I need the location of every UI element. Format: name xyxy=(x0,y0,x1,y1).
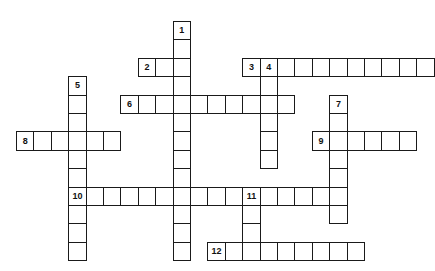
grid-cell[interactable] xyxy=(173,168,191,187)
grid-cell[interactable] xyxy=(225,187,243,206)
grid-cell[interactable]: 3 xyxy=(242,58,260,77)
grid-cell[interactable] xyxy=(103,187,121,206)
grid-cell[interactable]: 9 xyxy=(312,131,330,150)
grid-cell[interactable] xyxy=(329,150,347,169)
grid-cell[interactable] xyxy=(329,205,347,224)
grid-cell[interactable] xyxy=(68,131,86,150)
grid-cell[interactable] xyxy=(138,187,156,206)
crossword-page: 123456789101112 xyxy=(0,0,435,271)
grid-cell[interactable] xyxy=(51,131,69,150)
grid-cell[interactable] xyxy=(86,187,104,206)
cell-number: 1 xyxy=(174,22,190,39)
grid-cell[interactable] xyxy=(294,187,312,206)
grid-cell[interactable] xyxy=(329,131,347,150)
grid-cell[interactable] xyxy=(103,131,121,150)
grid-cell[interactable] xyxy=(329,187,347,206)
grid-cell[interactable] xyxy=(329,168,347,187)
cell-number: 10 xyxy=(69,188,85,205)
cell-number: 12 xyxy=(208,243,224,260)
grid-cell[interactable] xyxy=(329,242,347,261)
grid-cell[interactable] xyxy=(242,205,260,224)
grid-cell[interactable]: 10 xyxy=(68,187,86,206)
grid-cell[interactable] xyxy=(242,223,260,242)
grid-cell[interactable] xyxy=(68,242,86,261)
grid-cell[interactable] xyxy=(329,113,347,132)
grid-cell[interactable] xyxy=(138,95,156,114)
grid-cell[interactable] xyxy=(277,95,295,114)
grid-cell[interactable] xyxy=(260,150,278,169)
grid-cell[interactable] xyxy=(329,58,347,77)
grid-cell[interactable] xyxy=(312,187,330,206)
grid-cell[interactable] xyxy=(364,131,382,150)
grid-cell[interactable] xyxy=(68,223,86,242)
cell-number: 2 xyxy=(139,59,155,76)
grid-cell[interactable] xyxy=(173,58,191,77)
grid-cell[interactable] xyxy=(381,131,399,150)
grid-cell[interactable] xyxy=(294,242,312,261)
grid-cell[interactable] xyxy=(68,113,86,132)
crossword-board: 123456789101112 xyxy=(0,0,435,271)
grid-cell[interactable] xyxy=(364,58,382,77)
grid-cell[interactable] xyxy=(242,242,260,261)
grid-cell[interactable] xyxy=(173,95,191,114)
grid-cell[interactable] xyxy=(155,95,173,114)
grid-cell[interactable] xyxy=(347,58,365,77)
grid-cell[interactable] xyxy=(260,113,278,132)
grid-cell[interactable] xyxy=(68,95,86,114)
grid-cell[interactable] xyxy=(399,131,417,150)
grid-cell[interactable] xyxy=(260,131,278,150)
grid-cell[interactable] xyxy=(294,58,312,77)
grid-cell[interactable]: 8 xyxy=(16,131,34,150)
cell-number: 4 xyxy=(261,59,277,76)
grid-cell[interactable] xyxy=(312,58,330,77)
cell-number: 7 xyxy=(330,96,346,113)
grid-cell[interactable] xyxy=(242,95,260,114)
grid-cell[interactable] xyxy=(173,242,191,261)
grid-cell[interactable] xyxy=(68,150,86,169)
grid-cell[interactable] xyxy=(155,187,173,206)
grid-cell[interactable] xyxy=(347,242,365,261)
grid-cell[interactable] xyxy=(173,150,191,169)
cell-number: 11 xyxy=(243,188,259,205)
grid-cell[interactable]: 4 xyxy=(260,58,278,77)
grid-cell[interactable] xyxy=(312,242,330,261)
grid-cell[interactable] xyxy=(173,113,191,132)
grid-cell[interactable] xyxy=(416,58,434,77)
grid-cell[interactable] xyxy=(173,76,191,95)
grid-cell[interactable] xyxy=(173,223,191,242)
grid-cell[interactable] xyxy=(190,187,208,206)
grid-cell[interactable]: 2 xyxy=(138,58,156,77)
grid-cell[interactable] xyxy=(207,187,225,206)
grid-cell[interactable] xyxy=(381,58,399,77)
grid-cell[interactable] xyxy=(120,187,138,206)
grid-cell[interactable] xyxy=(86,131,104,150)
grid-cell[interactable] xyxy=(207,95,225,114)
grid-cell[interactable] xyxy=(225,242,243,261)
grid-cell[interactable] xyxy=(190,95,208,114)
grid-cell[interactable] xyxy=(68,168,86,187)
grid-cell[interactable] xyxy=(399,58,417,77)
grid-cell[interactable] xyxy=(260,187,278,206)
grid-cell[interactable]: 1 xyxy=(173,21,191,40)
grid-cell[interactable]: 12 xyxy=(207,242,225,261)
grid-cell[interactable] xyxy=(260,95,278,114)
grid-cell[interactable] xyxy=(173,131,191,150)
cell-number: 3 xyxy=(243,59,259,76)
grid-cell[interactable] xyxy=(173,39,191,58)
grid-cell[interactable] xyxy=(347,131,365,150)
grid-cell[interactable] xyxy=(277,242,295,261)
grid-cell[interactable]: 6 xyxy=(120,95,138,114)
grid-cell[interactable] xyxy=(277,58,295,77)
grid-cell[interactable] xyxy=(260,76,278,95)
cell-number: 8 xyxy=(17,132,33,149)
cell-number: 9 xyxy=(313,132,329,149)
grid-cell[interactable] xyxy=(155,58,173,77)
cell-number: 6 xyxy=(121,96,137,113)
grid-cell[interactable] xyxy=(68,205,86,224)
grid-cell[interactable] xyxy=(260,242,278,261)
grid-cell[interactable] xyxy=(173,205,191,224)
grid-cell[interactable] xyxy=(277,187,295,206)
grid-cell[interactable]: 11 xyxy=(242,187,260,206)
grid-cell[interactable] xyxy=(173,187,191,206)
cell-number: 5 xyxy=(69,77,85,94)
grid-cell[interactable] xyxy=(225,95,243,114)
grid-cell[interactable]: 7 xyxy=(329,95,347,114)
grid-cell[interactable]: 5 xyxy=(68,76,86,95)
grid-cell[interactable] xyxy=(33,131,51,150)
